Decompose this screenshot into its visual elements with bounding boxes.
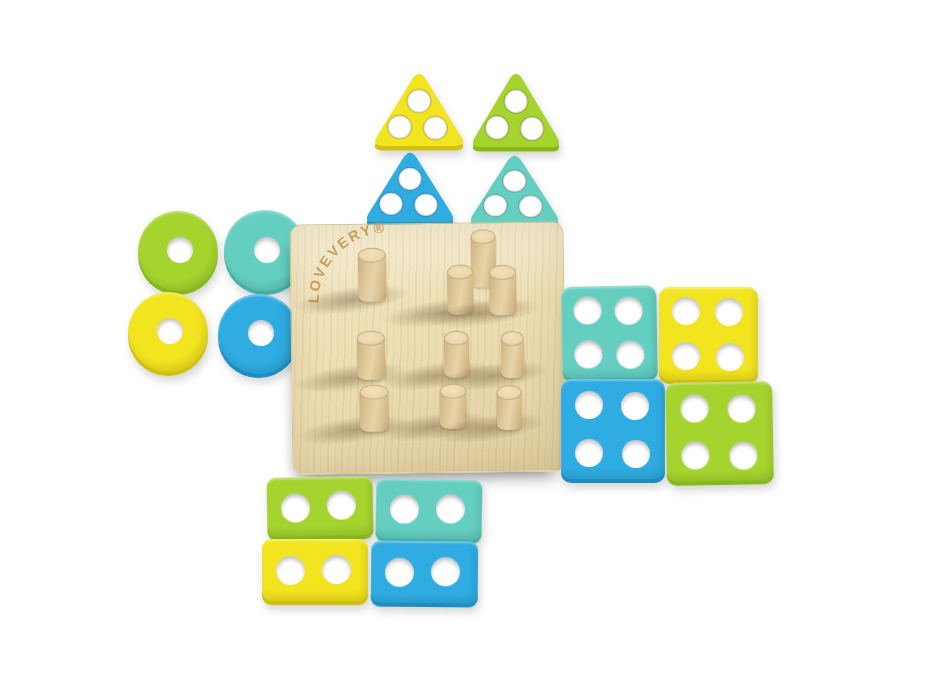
peg-hole-r3c2 — [418, 385, 491, 457]
square-top-face — [665, 381, 774, 482]
square-hole — [672, 342, 700, 370]
peg-r2c2[interactable] — [444, 332, 470, 377]
circle-top-face — [128, 292, 208, 372]
peg-r3c2[interactable] — [439, 386, 467, 429]
square-lime[interactable] — [665, 381, 774, 482]
rectangle-top-face — [375, 478, 482, 540]
circle-top-face — [218, 294, 299, 374]
square-hole — [729, 442, 757, 470]
square-hole — [575, 439, 603, 467]
rectangle-hole — [276, 556, 305, 585]
triangle-hole — [484, 195, 507, 217]
peg-r2c1[interactable] — [357, 332, 386, 379]
peg-hole-r2c1 — [346, 315, 419, 387]
square-hole — [615, 296, 643, 324]
triangle-hole — [503, 170, 526, 192]
triangle-hole — [388, 116, 411, 139]
square-hole — [727, 394, 755, 422]
circle-yellow[interactable] — [128, 292, 208, 372]
triangle-yellow[interactable] — [368, 68, 470, 152]
square-hole — [716, 343, 744, 371]
triangle-blue[interactable] — [360, 147, 460, 228]
rectangle-hole — [322, 555, 351, 584]
peg-top — [357, 330, 385, 345]
triangle-hole — [521, 117, 544, 140]
peg-grid-3x3 — [345, 242, 564, 457]
rectangle-top-face — [266, 476, 373, 537]
circle-center-hole — [254, 237, 280, 263]
square-hole — [573, 296, 601, 324]
triangle-hole — [407, 90, 430, 113]
triangle-teal[interactable] — [464, 150, 565, 229]
square-yellow[interactable] — [659, 287, 758, 380]
triangle-hole — [380, 193, 403, 215]
rectangle-hole — [431, 557, 460, 586]
peg-top — [447, 264, 473, 279]
square-hole — [680, 394, 708, 422]
triangle-hole — [415, 194, 438, 216]
square-top-face — [659, 287, 758, 380]
peg-r3c1[interactable] — [359, 387, 389, 432]
square-hole — [672, 297, 700, 325]
peg-hole-r1c3 — [489, 242, 562, 314]
rect-lime[interactable] — [266, 476, 373, 537]
triangle-yellow-shape — [368, 68, 470, 152]
peg-r1c1[interactable] — [358, 250, 387, 302]
triangle-hole — [424, 117, 447, 140]
peg-hole-r2c3 — [490, 313, 563, 385]
peg-hole-r3c3 — [490, 384, 563, 456]
circle-lime[interactable] — [138, 211, 218, 291]
square-hole — [617, 340, 645, 368]
tall-peg-top — [471, 229, 496, 244]
peg-top — [358, 248, 386, 263]
peg-top — [359, 385, 388, 400]
circle-top-face — [138, 211, 218, 291]
peg-r1c2[interactable] — [447, 266, 474, 314]
square-top-face — [561, 379, 665, 479]
rect-yellow[interactable] — [262, 539, 368, 601]
rect-blue[interactable] — [371, 541, 479, 604]
peg-r1c3[interactable] — [489, 267, 517, 315]
peg-r2c3[interactable] — [501, 332, 525, 377]
square-hole — [621, 392, 649, 420]
peg-shadow — [295, 410, 412, 451]
peg-hole-r2c2 — [418, 314, 491, 386]
peg-top — [496, 385, 521, 400]
peg-hole-r1c1 — [345, 244, 418, 316]
rectangle-hole — [281, 493, 311, 523]
peg-hole-r3c1 — [346, 385, 419, 457]
circle-center-hole — [157, 318, 183, 344]
rect-teal[interactable] — [375, 478, 482, 540]
triangle-hole — [399, 168, 422, 190]
peg-top — [501, 330, 524, 345]
square-top-face — [561, 285, 658, 379]
peg-top — [444, 330, 469, 345]
circle-center-hole — [248, 320, 274, 346]
triangle-lime-shape — [466, 68, 566, 153]
rectangle-hole — [435, 494, 465, 524]
square-hole — [575, 391, 603, 419]
triangle-blue-shape — [360, 147, 460, 228]
circle-blue[interactable] — [218, 294, 299, 374]
rectangle-top-face — [371, 541, 479, 604]
square-hole — [574, 340, 602, 368]
pegboard: LOVEVERY® — [289, 221, 566, 474]
circle-center-hole — [167, 237, 193, 263]
rectangle-hole — [390, 494, 420, 524]
peg-hole-r1c2 — [417, 243, 490, 315]
pegboard-toy-photo: LOVEVERY® — [0, 0, 934, 700]
triangle-teal-shape — [464, 150, 565, 229]
square-blue[interactable] — [561, 379, 665, 479]
triangle-lime[interactable] — [466, 68, 566, 153]
square-hole — [622, 440, 650, 468]
square-hole — [715, 298, 743, 326]
peg-r3c3[interactable] — [496, 387, 522, 430]
square-hole — [681, 441, 709, 469]
rectangle-top-face — [262, 539, 368, 601]
rectangle-hole — [326, 491, 356, 521]
triangle-hole — [486, 116, 509, 139]
triangle-hole — [519, 196, 542, 218]
peg-top — [439, 384, 466, 399]
square-teal[interactable] — [561, 285, 658, 379]
rectangle-hole — [385, 558, 414, 587]
triangle-hole — [505, 90, 528, 113]
peg-top — [489, 265, 516, 280]
